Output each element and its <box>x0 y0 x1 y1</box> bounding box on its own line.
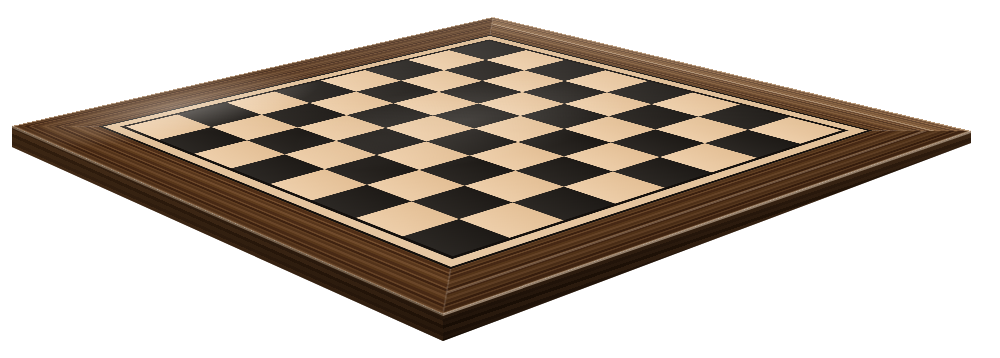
board-field <box>126 41 842 256</box>
scene: Empty glossy wooden tournament chessboar… <box>0 0 1000 358</box>
chessboard <box>12 17 971 314</box>
